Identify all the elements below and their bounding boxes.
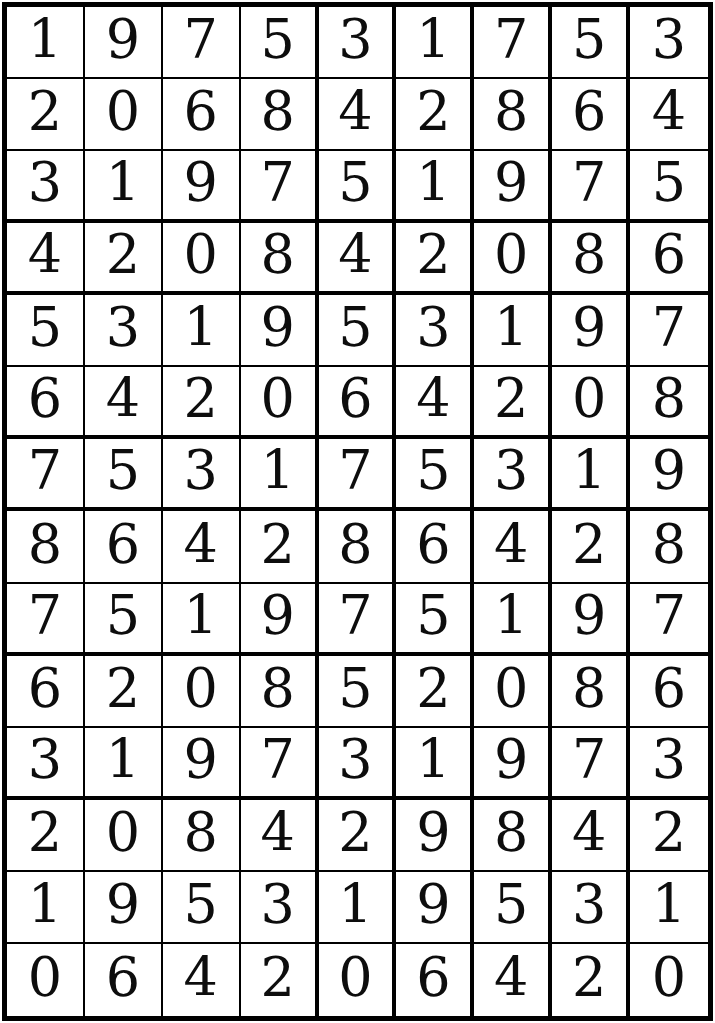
grid-cell-r2-c3: 6	[163, 79, 241, 151]
grid-cell-r4-c3: 0	[163, 223, 241, 295]
grid-cell-r10-c5: 5	[319, 656, 397, 728]
grid-cell-r6-c2: 4	[85, 367, 163, 439]
grid-cell-r9-c9: 7	[630, 584, 708, 656]
grid-cell-r12-c4: 4	[241, 800, 319, 872]
grid-cell-r5-c9: 7	[630, 295, 708, 367]
grid-cell-r1-c7: 7	[474, 7, 552, 79]
grid-cell-r13-c6: 9	[396, 872, 474, 944]
grid-cell-r12-c3: 8	[163, 800, 241, 872]
grid-cell-r14-c2: 6	[85, 944, 163, 1016]
grid-cell-r8-c8: 2	[552, 511, 630, 583]
grid-cell-r13-c4: 3	[241, 872, 319, 944]
grid-cell-r8-c5: 8	[319, 511, 397, 583]
grid-cell-r10-c2: 2	[85, 656, 163, 728]
grid-cell-r14-c3: 4	[163, 944, 241, 1016]
grid-cell-r8-c3: 4	[163, 511, 241, 583]
grid-cell-r1-c1: 1	[7, 7, 85, 79]
grid-cell-r8-c7: 4	[474, 511, 552, 583]
grid-cell-r8-c1: 8	[7, 511, 85, 583]
grid-cell-r10-c1: 6	[7, 656, 85, 728]
grid-cell-r5-c6: 3	[396, 295, 474, 367]
grid-cell-r2-c1: 2	[7, 79, 85, 151]
grid-cell-r10-c6: 2	[396, 656, 474, 728]
grid-cell-r6-c4: 0	[241, 367, 319, 439]
grid-cell-r5-c2: 3	[85, 295, 163, 367]
grid-cell-r9-c4: 9	[241, 584, 319, 656]
grid-cell-r9-c6: 5	[396, 584, 474, 656]
grid-cell-r9-c5: 7	[319, 584, 397, 656]
grid-cell-r7-c6: 5	[396, 439, 474, 511]
grid-cell-r10-c8: 8	[552, 656, 630, 728]
grid-cell-r12-c8: 4	[552, 800, 630, 872]
grid-cell-r12-c2: 0	[85, 800, 163, 872]
grid-cell-r3-c5: 5	[319, 151, 397, 223]
grid-cell-r2-c5: 4	[319, 79, 397, 151]
grid-cell-r4-c6: 2	[396, 223, 474, 295]
grid-cell-r13-c2: 9	[85, 872, 163, 944]
grid-cell-r3-c8: 7	[552, 151, 630, 223]
grid-cell-r13-c8: 3	[552, 872, 630, 944]
grid-cell-r11-c1: 3	[7, 728, 85, 800]
grid-cell-r9-c8: 9	[552, 584, 630, 656]
grid-cell-r8-c4: 2	[241, 511, 319, 583]
grid-cell-r4-c7: 0	[474, 223, 552, 295]
grid-cell-r4-c4: 8	[241, 223, 319, 295]
grid-cell-r6-c1: 6	[7, 367, 85, 439]
grid-cell-r2-c4: 8	[241, 79, 319, 151]
grid-cell-r10-c9: 6	[630, 656, 708, 728]
grid-cell-r13-c5: 1	[319, 872, 397, 944]
grid-cell-r13-c7: 5	[474, 872, 552, 944]
grid-cell-r11-c9: 3	[630, 728, 708, 800]
grid-cell-r1-c2: 9	[85, 7, 163, 79]
grid-cell-r11-c3: 9	[163, 728, 241, 800]
grid-cell-r12-c5: 2	[319, 800, 397, 872]
grid-cell-r3-c7: 9	[474, 151, 552, 223]
grid-cell-r11-c6: 1	[396, 728, 474, 800]
grid-cell-r14-c9: 0	[630, 944, 708, 1016]
grid-cell-r3-c1: 3	[7, 151, 85, 223]
grid-cell-r7-c2: 5	[85, 439, 163, 511]
grid-cell-r4-c5: 4	[319, 223, 397, 295]
grid-cell-r9-c2: 5	[85, 584, 163, 656]
grid-cell-r11-c7: 9	[474, 728, 552, 800]
grid-cell-r4-c2: 2	[85, 223, 163, 295]
grid-cell-r7-c9: 9	[630, 439, 708, 511]
grid-cell-r12-c7: 8	[474, 800, 552, 872]
number-grid-board: 1975317532068428643197519754208420865319…	[2, 2, 713, 1021]
grid-cell-r2-c6: 2	[396, 79, 474, 151]
grid-cell-r7-c7: 3	[474, 439, 552, 511]
grid-cell-r11-c8: 7	[552, 728, 630, 800]
grid-cell-r1-c5: 3	[319, 7, 397, 79]
grid-cell-r9-c3: 1	[163, 584, 241, 656]
grid-cell-r10-c3: 0	[163, 656, 241, 728]
grid-cell-r6-c9: 8	[630, 367, 708, 439]
grid-cell-r1-c4: 5	[241, 7, 319, 79]
grid-cell-r11-c4: 7	[241, 728, 319, 800]
grid-cell-r14-c5: 0	[319, 944, 397, 1016]
grid-cell-r7-c4: 1	[241, 439, 319, 511]
grid-cell-r11-c2: 1	[85, 728, 163, 800]
grid-cell-r3-c6: 1	[396, 151, 474, 223]
grid-cell-r7-c1: 7	[7, 439, 85, 511]
grid-cell-r5-c8: 9	[552, 295, 630, 367]
grid-cell-r3-c4: 7	[241, 151, 319, 223]
grid-cell-r3-c3: 9	[163, 151, 241, 223]
grid-cell-r12-c9: 2	[630, 800, 708, 872]
grid-cell-r9-c7: 1	[474, 584, 552, 656]
grid-cell-r5-c1: 5	[7, 295, 85, 367]
grid-cell-r13-c1: 1	[7, 872, 85, 944]
grid-cell-r9-c1: 7	[7, 584, 85, 656]
grid-cell-r2-c8: 6	[552, 79, 630, 151]
grid-cell-r6-c3: 2	[163, 367, 241, 439]
grid-cell-r10-c4: 8	[241, 656, 319, 728]
grid-cell-r3-c9: 5	[630, 151, 708, 223]
grid-cell-r1-c6: 1	[396, 7, 474, 79]
grid-cell-r1-c9: 3	[630, 7, 708, 79]
grid-cell-r1-c8: 5	[552, 7, 630, 79]
grid-cell-r7-c3: 3	[163, 439, 241, 511]
grid-cell-r11-c5: 3	[319, 728, 397, 800]
grid-cell-r13-c9: 1	[630, 872, 708, 944]
grid-cell-r4-c1: 4	[7, 223, 85, 295]
grid-cell-r5-c4: 9	[241, 295, 319, 367]
grid-cell-r2-c7: 8	[474, 79, 552, 151]
grid-cell-r7-c8: 1	[552, 439, 630, 511]
grid-cell-r14-c7: 4	[474, 944, 552, 1016]
grid-cell-r13-c3: 5	[163, 872, 241, 944]
grid-cell-r2-c2: 0	[85, 79, 163, 151]
grid-cell-r8-c9: 8	[630, 511, 708, 583]
grid-cell-r3-c2: 1	[85, 151, 163, 223]
grid-cell-r2-c9: 4	[630, 79, 708, 151]
grid-cell-r4-c8: 8	[552, 223, 630, 295]
grid-cell-r12-c1: 2	[7, 800, 85, 872]
grid-cell-r8-c6: 6	[396, 511, 474, 583]
grid-cell-r6-c5: 6	[319, 367, 397, 439]
grid-cell-r5-c3: 1	[163, 295, 241, 367]
grid-cell-r14-c8: 2	[552, 944, 630, 1016]
grid-cell-r6-c8: 0	[552, 367, 630, 439]
grid-cell-r6-c6: 4	[396, 367, 474, 439]
grid-cell-r4-c9: 6	[630, 223, 708, 295]
grid-cell-r5-c5: 5	[319, 295, 397, 367]
grid-cell-r12-c6: 9	[396, 800, 474, 872]
grid-cell-r5-c7: 1	[474, 295, 552, 367]
grid-cell-r14-c1: 0	[7, 944, 85, 1016]
grid-cell-r14-c4: 2	[241, 944, 319, 1016]
grid-cell-r8-c2: 6	[85, 511, 163, 583]
grid-cell-r10-c7: 0	[474, 656, 552, 728]
grid-cell-r14-c6: 6	[396, 944, 474, 1016]
grid-cell-r1-c3: 7	[163, 7, 241, 79]
grid-cell-r7-c5: 7	[319, 439, 397, 511]
grid-cell-r6-c7: 2	[474, 367, 552, 439]
